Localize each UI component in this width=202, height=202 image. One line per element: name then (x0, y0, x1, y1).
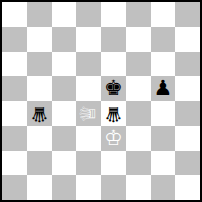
chess-board: ♚♟♛♕♛♔♙ (0, 0, 202, 202)
square-h4[interactable] (175, 101, 200, 126)
square-c2[interactable] (52, 151, 77, 176)
square-b6[interactable] (27, 52, 52, 77)
square-b8[interactable] (27, 2, 52, 27)
square-e2[interactable]: ♙ (101, 151, 126, 176)
square-h6[interactable] (175, 52, 200, 77)
square-f5[interactable] (126, 76, 151, 101)
square-f1[interactable] (126, 175, 151, 200)
square-c7[interactable] (52, 27, 77, 52)
square-e8[interactable] (101, 2, 126, 27)
piece-black-queen-inverted-grasshopper: ♛ (30, 103, 49, 124)
square-b5[interactable] (27, 76, 52, 101)
square-f6[interactable] (126, 52, 151, 77)
square-h7[interactable] (175, 27, 200, 52)
square-b4[interactable]: ♛ (27, 101, 52, 126)
square-a3[interactable] (2, 126, 27, 151)
square-d4[interactable]: ♕ (76, 101, 101, 126)
square-b2[interactable] (27, 151, 52, 176)
square-a5[interactable] (2, 76, 27, 101)
piece-white-pawn: ♙ (104, 152, 123, 173)
square-f4[interactable] (126, 101, 151, 126)
square-h1[interactable] (175, 175, 200, 200)
chess-diagram: ♚♟♛♕♛♔♙ (0, 0, 202, 202)
square-g2[interactable] (151, 151, 176, 176)
square-d2[interactable] (76, 151, 101, 176)
square-e6[interactable] (101, 52, 126, 77)
square-d8[interactable] (76, 2, 101, 27)
square-f8[interactable] (126, 2, 151, 27)
piece-black-king: ♚ (104, 78, 123, 99)
square-h3[interactable] (175, 126, 200, 151)
piece-white-king: ♔ (104, 128, 123, 149)
square-h8[interactable] (175, 2, 200, 27)
square-d5[interactable] (76, 76, 101, 101)
square-a6[interactable] (2, 52, 27, 77)
square-e1[interactable] (101, 175, 126, 200)
square-f3[interactable] (126, 126, 151, 151)
square-a1[interactable] (2, 175, 27, 200)
square-a2[interactable] (2, 151, 27, 176)
square-b1[interactable] (27, 175, 52, 200)
square-d6[interactable] (76, 52, 101, 77)
square-f7[interactable] (126, 27, 151, 52)
square-g1[interactable] (151, 175, 176, 200)
square-g3[interactable] (151, 126, 176, 151)
square-g4[interactable] (151, 101, 176, 126)
square-g6[interactable] (151, 52, 176, 77)
square-h5[interactable] (175, 76, 200, 101)
square-g7[interactable] (151, 27, 176, 52)
square-d1[interactable] (76, 175, 101, 200)
square-g8[interactable] (151, 2, 176, 27)
square-e5[interactable]: ♚ (101, 76, 126, 101)
piece-black-pawn: ♟ (153, 78, 172, 99)
square-f2[interactable] (126, 151, 151, 176)
piece-black-queen-inverted-grasshopper: ♛ (104, 103, 123, 124)
square-e4[interactable]: ♛ (101, 101, 126, 126)
square-g5[interactable]: ♟ (151, 76, 176, 101)
square-c5[interactable] (52, 76, 77, 101)
piece-white-queen-rotated-left: ♕ (78, 104, 99, 123)
square-a8[interactable] (2, 2, 27, 27)
square-c6[interactable] (52, 52, 77, 77)
square-c1[interactable] (52, 175, 77, 200)
square-a4[interactable] (2, 101, 27, 126)
square-b7[interactable] (27, 27, 52, 52)
square-e3[interactable]: ♔ (101, 126, 126, 151)
square-c8[interactable] (52, 2, 77, 27)
square-a7[interactable] (2, 27, 27, 52)
square-b3[interactable] (27, 126, 52, 151)
square-d3[interactable] (76, 126, 101, 151)
square-d7[interactable] (76, 27, 101, 52)
square-c4[interactable] (52, 101, 77, 126)
square-e7[interactable] (101, 27, 126, 52)
square-c3[interactable] (52, 126, 77, 151)
square-h2[interactable] (175, 151, 200, 176)
